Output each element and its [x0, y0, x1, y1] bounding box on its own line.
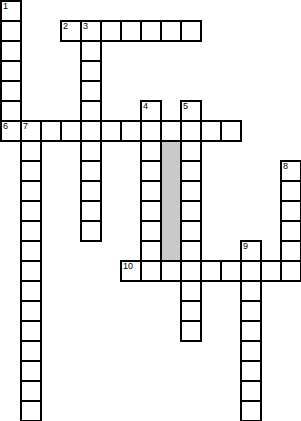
cell-r6c2[interactable]	[40, 120, 62, 142]
cell-r19c1[interactable]	[20, 380, 42, 402]
clue-number-3: 3	[83, 22, 88, 30]
cell-r12c1[interactable]	[20, 240, 42, 262]
cell-r10c9[interactable]	[180, 200, 202, 222]
cell-r16c1[interactable]	[20, 320, 42, 342]
cell-r1c5[interactable]	[100, 20, 122, 42]
cell-r15c12[interactable]	[240, 300, 262, 322]
cell-r3c4[interactable]	[80, 60, 102, 82]
cell-r11c4[interactable]	[80, 220, 102, 242]
cell-r6c11[interactable]	[220, 120, 242, 142]
cell-r8c9[interactable]	[180, 160, 202, 182]
cell-r1c4[interactable]: 3	[80, 20, 102, 42]
cell-r6c5[interactable]	[100, 120, 122, 142]
cell-r13c10[interactable]	[200, 260, 222, 282]
cell-r4c4[interactable]	[80, 80, 102, 102]
cell-r11c1[interactable]	[20, 220, 42, 242]
cell-r8c4[interactable]	[80, 160, 102, 182]
cell-r1c9[interactable]	[180, 20, 202, 42]
cell-r8c1[interactable]	[20, 160, 42, 182]
cell-r2c4[interactable]	[80, 40, 102, 62]
cell-r13c12[interactable]	[240, 260, 262, 282]
cell-r6c9[interactable]	[180, 120, 202, 142]
cell-r7c7[interactable]	[140, 140, 162, 162]
cell-r9c1[interactable]	[20, 180, 42, 202]
cell-r16c9[interactable]	[180, 320, 202, 342]
cell-r6c6[interactable]	[120, 120, 142, 142]
cell-r2c0[interactable]	[0, 40, 22, 62]
cell-r14c9[interactable]	[180, 280, 202, 302]
cell-r15c1[interactable]	[20, 300, 42, 322]
cell-r13c9[interactable]	[180, 260, 202, 282]
cell-r10c7[interactable]	[140, 200, 162, 222]
cell-r13c11[interactable]	[220, 260, 242, 282]
clue-number-7: 7	[23, 122, 28, 130]
cell-r0c0[interactable]: 1	[0, 0, 22, 22]
cell-r1c7[interactable]	[140, 20, 162, 42]
cell-r17c12[interactable]	[240, 340, 262, 362]
cell-r12c14[interactable]	[280, 240, 301, 262]
clue-number-5: 5	[183, 102, 188, 110]
cell-r20c1[interactable]	[20, 400, 42, 421]
cell-r12c9[interactable]	[180, 240, 202, 262]
cell-r8c7[interactable]	[140, 160, 162, 182]
cell-r16c12[interactable]	[240, 320, 262, 342]
clue-number-6: 6	[3, 122, 8, 130]
cell-r8c14[interactable]: 8	[280, 160, 301, 182]
cell-r13c13[interactable]	[260, 260, 282, 282]
cell-r7c1[interactable]	[20, 140, 42, 162]
cell-r9c9[interactable]	[180, 180, 202, 202]
cell-r4c0[interactable]	[0, 80, 22, 102]
cell-r9c4[interactable]	[80, 180, 102, 202]
cell-r17c1[interactable]	[20, 340, 42, 362]
cell-r5c0[interactable]	[0, 100, 22, 122]
cell-r19c12[interactable]	[240, 380, 262, 402]
cell-r15c9[interactable]	[180, 300, 202, 322]
cell-r6c4[interactable]	[80, 120, 102, 142]
clue-number-9: 9	[243, 242, 248, 250]
cell-r10c14[interactable]	[280, 200, 301, 222]
cell-r13c8[interactable]	[160, 260, 182, 282]
cell-r6c7[interactable]	[140, 120, 162, 142]
cell-r12c12[interactable]: 9	[240, 240, 262, 262]
crossword-board: 12345678910	[0, 0, 301, 421]
cell-r9c14[interactable]	[280, 180, 301, 202]
cell-r6c3[interactable]	[60, 120, 82, 142]
cell-r6c1[interactable]: 7	[20, 120, 42, 142]
cell-r10c1[interactable]	[20, 200, 42, 222]
cell-r18c12[interactable]	[240, 360, 262, 382]
clue-number-1: 1	[3, 2, 8, 10]
cell-r11c14[interactable]	[280, 220, 301, 242]
cell-r13c14[interactable]	[280, 260, 301, 282]
clue-number-2: 2	[63, 22, 68, 30]
cell-r1c6[interactable]	[120, 20, 142, 42]
cell-r13c1[interactable]	[20, 260, 42, 282]
cell-r14c1[interactable]	[20, 280, 42, 302]
cell-r5c7[interactable]: 4	[140, 100, 162, 122]
cell-r12c7[interactable]	[140, 240, 162, 262]
shaded-column[interactable]	[160, 140, 182, 262]
cell-r20c12[interactable]	[240, 400, 262, 421]
cell-r1c3[interactable]: 2	[60, 20, 82, 42]
clue-number-4: 4	[143, 102, 148, 110]
cell-r13c6[interactable]: 10	[120, 260, 142, 282]
cell-r7c9[interactable]	[180, 140, 202, 162]
cell-r3c0[interactable]	[0, 60, 22, 82]
cell-r13c7[interactable]	[140, 260, 162, 282]
cell-r7c4[interactable]	[80, 140, 102, 162]
cell-r11c9[interactable]	[180, 220, 202, 242]
cell-r1c8[interactable]	[160, 20, 182, 42]
cell-r18c1[interactable]	[20, 360, 42, 382]
cell-r10c4[interactable]	[80, 200, 102, 222]
clue-number-10: 10	[123, 262, 133, 270]
cell-r5c9[interactable]: 5	[180, 100, 202, 122]
clue-number-8: 8	[283, 162, 288, 170]
cell-r9c7[interactable]	[140, 180, 162, 202]
cell-r11c7[interactable]	[140, 220, 162, 242]
cell-r1c0[interactable]	[0, 20, 22, 42]
cell-r6c0[interactable]: 6	[0, 120, 22, 142]
cell-r14c12[interactable]	[240, 280, 262, 302]
cell-r6c8[interactable]	[160, 120, 182, 142]
cell-r6c10[interactable]	[200, 120, 222, 142]
cell-r5c4[interactable]	[80, 100, 102, 122]
